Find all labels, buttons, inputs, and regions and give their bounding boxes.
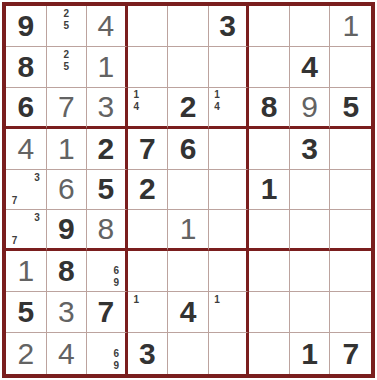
cell-r3c5[interactable]: 2 <box>168 88 209 129</box>
candidate-digit: 1 <box>212 90 223 101</box>
cell-r2c1[interactable]: 8 <box>6 47 47 88</box>
cell-r3c9[interactable]: 5 <box>330 88 371 129</box>
cell-r3c6[interactable]: 14 <box>209 88 250 129</box>
cell-r8c1[interactable]: 5 <box>6 292 47 333</box>
given-digit: 5 <box>98 174 115 204</box>
cell-r4c1[interactable]: 4 <box>6 129 47 170</box>
candidate-digit: 1 <box>131 90 142 101</box>
cell-r4c3[interactable]: 2 <box>87 129 128 170</box>
cell-r3c3[interactable]: 3 <box>87 88 128 129</box>
cell-r7c4[interactable] <box>128 251 169 292</box>
given-digit: 4 <box>180 297 197 327</box>
cell-r1c4[interactable] <box>128 6 169 47</box>
cell-r2c8[interactable]: 4 <box>290 47 331 88</box>
given-digit: 7 <box>139 134 156 164</box>
solved-digit: 1 <box>17 256 34 286</box>
cell-r2c2[interactable]: 25 <box>47 47 88 88</box>
cell-r6c5[interactable]: 1 <box>168 210 209 251</box>
given-digit: 5 <box>17 297 34 327</box>
cell-r2c7[interactable] <box>249 47 290 88</box>
solved-digit: 1 <box>98 52 115 82</box>
candidate-marks: 1 <box>209 292 247 332</box>
given-digit: 6 <box>180 134 197 164</box>
candidate-digit: 7 <box>9 235 20 246</box>
cell-r1c6[interactable]: 3 <box>209 6 250 47</box>
cell-r1c2[interactable]: 25 <box>47 6 88 47</box>
candidate-digit: 5 <box>61 20 72 32</box>
cell-r3c7[interactable]: 8 <box>249 88 290 129</box>
cell-r8c6[interactable]: 1 <box>209 292 250 333</box>
solved-digit: 4 <box>98 11 115 41</box>
cell-r5c6[interactable] <box>209 170 250 211</box>
solved-digit: 2 <box>17 339 34 369</box>
cell-r6c8[interactable] <box>290 210 331 251</box>
cell-r8c5[interactable]: 4 <box>168 292 209 333</box>
cell-r5c9[interactable] <box>330 170 371 211</box>
cell-r4c8[interactable]: 3 <box>290 129 331 170</box>
candidate-digit: 7 <box>9 195 20 207</box>
cell-r6c1[interactable]: 37 <box>6 210 47 251</box>
solved-digit: 8 <box>98 214 115 244</box>
candidate-marks: 69 <box>87 251 125 291</box>
cell-r6c9[interactable] <box>330 210 371 251</box>
solved-digit: 1 <box>180 214 197 244</box>
cell-r9c5[interactable] <box>168 333 209 374</box>
given-digit: 3 <box>219 11 236 41</box>
cell-r1c3[interactable]: 4 <box>87 6 128 47</box>
given-digit: 2 <box>180 92 197 122</box>
cell-r7c5[interactable] <box>168 251 209 292</box>
candidate-marks: 69 <box>87 333 125 374</box>
given-digit: 9 <box>58 214 75 244</box>
solved-digit: 1 <box>58 134 75 164</box>
solved-digit: 3 <box>98 92 115 122</box>
cell-r4c2[interactable]: 1 <box>47 129 88 170</box>
cell-r9c1[interactable]: 2 <box>6 333 47 374</box>
cell-r1c1[interactable]: 9 <box>6 6 47 47</box>
cell-r5c7[interactable]: 1 <box>249 170 290 211</box>
cell-r9c7[interactable] <box>249 333 290 374</box>
given-digit: 8 <box>17 52 34 82</box>
cell-r3c2[interactable]: 7 <box>47 88 88 129</box>
candidate-marks: 37 <box>6 210 46 248</box>
cell-r7c9[interactable] <box>330 251 371 292</box>
given-digit: 3 <box>139 339 156 369</box>
cell-r7c1[interactable]: 1 <box>6 251 47 292</box>
cell-r8c9[interactable] <box>330 292 371 333</box>
given-digit: 5 <box>342 92 359 122</box>
given-digit: 8 <box>58 256 75 286</box>
cell-r4c5[interactable]: 6 <box>168 129 209 170</box>
cell-r7c7[interactable] <box>249 251 290 292</box>
cell-r7c6[interactable] <box>209 251 250 292</box>
candidate-digit: 2 <box>61 49 72 61</box>
cell-r9c4[interactable]: 3 <box>128 333 169 374</box>
candidate-digit: 2 <box>61 8 72 20</box>
cell-r9c9[interactable]: 7 <box>330 333 371 374</box>
cell-r3c8[interactable]: 9 <box>290 88 331 129</box>
solved-digit: 7 <box>58 92 75 122</box>
given-digit: 1 <box>301 339 318 369</box>
candidate-marks: 14 <box>128 88 168 126</box>
cell-r7c8[interactable] <box>290 251 331 292</box>
cell-r8c3[interactable]: 7 <box>87 292 128 333</box>
sudoku-board: 9254318251467314214895412763376521379811… <box>2 2 375 378</box>
candidate-marks: 25 <box>47 6 87 46</box>
given-digit: 1 <box>261 174 278 204</box>
given-digit: 6 <box>17 92 34 122</box>
cell-r6c2[interactable]: 9 <box>47 210 88 251</box>
candidate-digit: 6 <box>111 347 122 359</box>
cell-r8c8[interactable] <box>290 292 331 333</box>
cell-r5c8[interactable] <box>290 170 331 211</box>
cell-r7c3[interactable]: 69 <box>87 251 128 292</box>
given-digit: 9 <box>17 11 34 41</box>
cell-r1c9[interactable]: 1 <box>330 6 371 47</box>
cell-r2c4[interactable] <box>128 47 169 88</box>
cell-r7c2[interactable]: 8 <box>47 251 88 292</box>
solved-digit: 3 <box>58 297 75 327</box>
candidate-marks: 25 <box>47 47 87 87</box>
candidate-digit: 4 <box>131 101 142 112</box>
solved-digit: 6 <box>58 174 75 204</box>
cell-r8c2[interactable]: 3 <box>47 292 88 333</box>
cell-r6c6[interactable] <box>209 210 250 251</box>
cell-r3c1[interactable]: 6 <box>6 88 47 129</box>
given-digit: 3 <box>301 134 318 164</box>
candidate-digit: 1 <box>131 294 142 306</box>
cell-r1c5[interactable] <box>168 6 209 47</box>
given-digit: 7 <box>98 297 115 327</box>
cell-r6c3[interactable]: 8 <box>87 210 128 251</box>
cell-r5c3[interactable]: 5 <box>87 170 128 211</box>
solved-digit: 9 <box>301 92 318 122</box>
cell-r3c4[interactable]: 14 <box>128 88 169 129</box>
cell-r9c8[interactable]: 1 <box>290 333 331 374</box>
cell-r1c7[interactable] <box>249 6 290 47</box>
given-digit: 2 <box>139 174 156 204</box>
cell-r6c7[interactable] <box>249 210 290 251</box>
cell-r5c4[interactable]: 2 <box>128 170 169 211</box>
solved-digit: 1 <box>342 11 359 41</box>
cell-r2c5[interactable] <box>168 47 209 88</box>
cell-r4c6[interactable] <box>209 129 250 170</box>
candidate-digit: 6 <box>111 265 122 277</box>
candidate-digit: 3 <box>31 172 42 184</box>
cell-r5c1[interactable]: 37 <box>6 170 47 211</box>
cell-r6c4[interactable] <box>128 210 169 251</box>
cell-r5c5[interactable] <box>168 170 209 211</box>
given-digit: 8 <box>261 92 278 122</box>
candidate-marks: 1 <box>128 292 168 332</box>
candidate-digit: 9 <box>111 360 122 372</box>
cell-r8c4[interactable]: 1 <box>128 292 169 333</box>
cell-r9c3[interactable]: 69 <box>87 333 128 374</box>
candidate-digit: 9 <box>111 277 122 289</box>
cell-r4c7[interactable] <box>249 129 290 170</box>
cell-r2c6[interactable] <box>209 47 250 88</box>
cell-r9c6[interactable] <box>209 333 250 374</box>
candidate-digit: 1 <box>212 294 223 306</box>
cell-r9c2[interactable]: 4 <box>47 333 88 374</box>
cell-r4c9[interactable] <box>330 129 371 170</box>
candidate-digit: 5 <box>61 61 72 73</box>
candidate-marks: 14 <box>209 88 247 126</box>
candidate-digit: 4 <box>212 101 223 112</box>
cell-r2c3[interactable]: 1 <box>87 47 128 88</box>
cell-r8c7[interactable] <box>249 292 290 333</box>
cell-r2c9[interactable] <box>330 47 371 88</box>
solved-digit: 4 <box>58 339 75 369</box>
solved-digit: 4 <box>17 134 34 164</box>
cell-r4c4[interactable]: 7 <box>128 129 169 170</box>
candidate-marks: 37 <box>6 170 46 210</box>
candidate-digit: 3 <box>31 212 42 223</box>
given-digit: 7 <box>342 339 359 369</box>
cell-r5c2[interactable]: 6 <box>47 170 88 211</box>
cell-r1c8[interactable] <box>290 6 331 47</box>
given-digit: 2 <box>98 134 115 164</box>
given-digit: 4 <box>301 52 318 82</box>
